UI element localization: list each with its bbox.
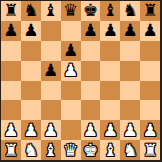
square-d3[interactable] [61,100,81,120]
square-c1[interactable]: ♝ [41,140,61,160]
square-h1[interactable]: ♜ [140,140,160,160]
square-g4[interactable] [120,81,140,101]
square-e5[interactable] [81,61,101,81]
square-f1[interactable]: ♝ [100,140,120,160]
square-h3[interactable] [140,100,160,120]
square-f2[interactable]: ♟ [100,120,120,140]
square-g2[interactable]: ♟ [120,120,140,140]
piece-black-pawn: ♟ [23,22,38,39]
piece-white-king: ♚ [83,141,98,158]
piece-white-rook: ♜ [142,141,157,158]
square-c7[interactable] [41,21,61,41]
square-g7[interactable]: ♟ [120,21,140,41]
square-e3[interactable] [81,100,101,120]
piece-black-knight: ♞ [23,2,38,19]
square-d8[interactable]: ♛ [61,1,81,21]
square-b8[interactable]: ♞ [21,1,41,21]
piece-black-pawn: ♟ [43,62,58,79]
square-g1[interactable]: ♞ [120,140,140,160]
square-b4[interactable] [21,81,41,101]
square-f6[interactable] [100,41,120,61]
square-h8[interactable]: ♜ [140,1,160,21]
piece-white-pawn: ♟ [103,121,118,138]
piece-white-pawn: ♟ [83,121,98,138]
piece-black-pawn: ♟ [3,22,18,39]
piece-black-queen: ♛ [63,2,78,19]
square-b5[interactable] [21,61,41,81]
piece-white-knight: ♞ [23,141,38,158]
square-c4[interactable] [41,81,61,101]
piece-white-pawn: ♟ [23,121,38,138]
piece-white-pawn: ♟ [3,121,18,138]
square-c5[interactable]: ♟ [41,61,61,81]
piece-black-pawn: ♟ [103,22,118,39]
square-a7[interactable]: ♟ [1,21,21,41]
piece-white-pawn: ♟ [123,121,138,138]
square-a2[interactable]: ♟ [1,120,21,140]
square-a3[interactable] [1,100,21,120]
square-d6[interactable]: ♟ [61,41,81,61]
square-f8[interactable]: ♝ [100,1,120,21]
square-g8[interactable]: ♞ [120,1,140,21]
square-e7[interactable]: ♟ [81,21,101,41]
square-h4[interactable] [140,81,160,101]
square-b1[interactable]: ♞ [21,140,41,160]
square-h6[interactable] [140,41,160,61]
piece-white-rook: ♜ [3,141,18,158]
square-d2[interactable] [61,120,81,140]
piece-black-rook: ♜ [142,2,157,19]
square-a5[interactable] [1,61,21,81]
square-b3[interactable] [21,100,41,120]
piece-black-bishop: ♝ [103,2,118,19]
square-f5[interactable] [100,61,120,81]
piece-black-knight: ♞ [123,2,138,19]
square-a6[interactable] [1,41,21,61]
piece-white-knight: ♞ [123,141,138,158]
square-h5[interactable] [140,61,160,81]
piece-black-rook: ♜ [3,2,18,19]
square-d1[interactable]: ♛ [61,140,81,160]
square-a4[interactable] [1,81,21,101]
piece-white-queen: ♛ [63,141,78,158]
square-d5[interactable]: ♟ [61,61,81,81]
square-g5[interactable] [120,61,140,81]
piece-black-pawn: ♟ [142,22,157,39]
square-f4[interactable] [100,81,120,101]
square-a1[interactable]: ♜ [1,140,21,160]
square-d4[interactable] [61,81,81,101]
piece-white-bishop: ♝ [43,141,58,158]
piece-black-king: ♚ [83,2,98,19]
square-e6[interactable] [81,41,101,61]
square-c2[interactable]: ♟ [41,120,61,140]
piece-black-pawn: ♟ [83,22,98,39]
square-b6[interactable] [21,41,41,61]
piece-black-pawn: ♟ [123,22,138,39]
square-h2[interactable]: ♟ [140,120,160,140]
square-f3[interactable] [100,100,120,120]
square-g6[interactable] [120,41,140,61]
square-b7[interactable]: ♟ [21,21,41,41]
piece-white-pawn: ♟ [43,121,58,138]
square-e2[interactable]: ♟ [81,120,101,140]
piece-white-bishop: ♝ [103,141,118,158]
square-b2[interactable]: ♟ [21,120,41,140]
square-c3[interactable] [41,100,61,120]
square-e1[interactable]: ♚ [81,140,101,160]
square-f7[interactable]: ♟ [100,21,120,41]
square-h7[interactable]: ♟ [140,21,160,41]
piece-white-pawn: ♟ [142,121,157,138]
square-a8[interactable]: ♜ [1,1,21,21]
square-d7[interactable] [61,21,81,41]
square-c6[interactable] [41,41,61,61]
square-e4[interactable] [81,81,101,101]
square-e8[interactable]: ♚ [81,1,101,21]
piece-black-pawn: ♟ [63,42,78,59]
piece-black-bishop: ♝ [43,2,58,19]
square-c8[interactable]: ♝ [41,1,61,21]
square-g3[interactable] [120,100,140,120]
piece-white-pawn: ♟ [63,62,78,79]
chess-board: ♜♞♝♛♚♝♞♜♟♟♟♟♟♟♟♟♟♟♟♟♟♟♟♟♜♞♝♛♚♝♞♜ [0,0,162,162]
